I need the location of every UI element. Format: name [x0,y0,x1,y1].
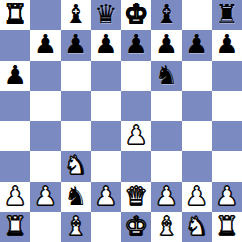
square-h4[interactable] [212,121,242,151]
black-pawn[interactable]: ♟ [124,31,147,57]
square-e7[interactable]: ♟ [121,30,151,60]
white-pawn[interactable]: ♟ [185,183,208,209]
square-b4[interactable] [30,121,60,151]
square-c6[interactable] [61,61,91,91]
square-h6[interactable] [212,61,242,91]
square-g6[interactable] [182,61,212,91]
white-queen[interactable]: ♛ [124,183,147,209]
white-rook[interactable]: ♜ [3,213,26,239]
white-bishop[interactable]: ♝ [64,213,87,239]
square-f1[interactable]: ♝ [151,212,181,242]
square-f2[interactable]: ♟ [151,182,181,212]
square-g2[interactable]: ♟ [182,182,212,212]
white-knight[interactable]: ♞ [185,213,208,239]
black-queen[interactable]: ♛ [94,1,117,27]
square-f3[interactable] [151,151,181,181]
square-f7[interactable]: ♟ [151,30,181,60]
square-a8[interactable]: ♜ [0,0,30,30]
white-king[interactable]: ♚ [124,213,147,239]
square-c7[interactable]: ♟ [61,30,91,60]
square-f8[interactable]: ♝ [151,0,181,30]
square-b5[interactable] [30,91,60,121]
square-g5[interactable] [182,91,212,121]
square-c3[interactable]: ♞ [61,151,91,181]
square-e6[interactable] [121,61,151,91]
square-g1[interactable]: ♞ [182,212,212,242]
square-d7[interactable]: ♟ [91,30,121,60]
square-b7[interactable]: ♟ [30,30,60,60]
square-b8[interactable] [30,0,60,30]
white-pawn[interactable]: ♟ [215,183,238,209]
square-f6[interactable]: ♞ [151,61,181,91]
square-e4[interactable]: ♟ [121,121,151,151]
black-pawn[interactable]: ♟ [64,31,87,57]
black-bishop[interactable]: ♝ [64,1,87,27]
white-knight[interactable]: ♞ [64,152,87,178]
black-knight[interactable]: ♞ [64,183,87,209]
square-e8[interactable]: ♚ [121,0,151,30]
square-f4[interactable] [151,121,181,151]
black-pawn[interactable]: ♟ [215,31,238,57]
square-b6[interactable] [30,61,60,91]
white-pawn[interactable]: ♟ [34,183,57,209]
square-a1[interactable]: ♜ [0,212,30,242]
square-a7[interactable] [0,30,30,60]
black-knight[interactable]: ♞ [155,62,178,88]
square-b1[interactable] [30,212,60,242]
black-rook[interactable]: ♜ [3,1,26,27]
square-a5[interactable] [0,91,30,121]
square-g7[interactable]: ♟ [182,30,212,60]
square-g8[interactable] [182,0,212,30]
square-h2[interactable]: ♟ [212,182,242,212]
square-h5[interactable] [212,91,242,121]
black-pawn[interactable]: ♟ [155,31,178,57]
square-d5[interactable] [91,91,121,121]
square-g4[interactable] [182,121,212,151]
black-bishop[interactable]: ♝ [155,1,178,27]
square-h1[interactable]: ♜ [212,212,242,242]
white-pawn[interactable]: ♟ [3,183,26,209]
white-pawn[interactable]: ♟ [94,183,117,209]
square-f5[interactable] [151,91,181,121]
square-d3[interactable] [91,151,121,181]
white-pawn[interactable]: ♟ [155,183,178,209]
square-c5[interactable] [61,91,91,121]
square-a3[interactable] [0,151,30,181]
square-h3[interactable] [212,151,242,181]
black-pawn[interactable]: ♟ [3,62,26,88]
square-d8[interactable]: ♛ [91,0,121,30]
square-e1[interactable]: ♚ [121,212,151,242]
square-c1[interactable]: ♝ [61,212,91,242]
square-a4[interactable] [0,121,30,151]
white-bishop[interactable]: ♝ [155,213,178,239]
square-e3[interactable] [121,151,151,181]
chess-board: ♜♝♛♚♝♜♟♟♟♟♟♟♟♟♞♟♞♟♟♞♟♛♟♟♟♜♝♚♝♞♜ [0,0,242,242]
square-b2[interactable]: ♟ [30,182,60,212]
square-b3[interactable] [30,151,60,181]
black-rook[interactable]: ♜ [215,1,238,27]
white-pawn[interactable]: ♟ [124,122,147,148]
square-g3[interactable] [182,151,212,181]
square-h8[interactable]: ♜ [212,0,242,30]
white-rook[interactable]: ♜ [215,213,238,239]
square-a2[interactable]: ♟ [0,182,30,212]
square-c8[interactable]: ♝ [61,0,91,30]
square-a6[interactable]: ♟ [0,61,30,91]
black-pawn[interactable]: ♟ [34,31,57,57]
square-d2[interactable]: ♟ [91,182,121,212]
square-d4[interactable] [91,121,121,151]
square-e2[interactable]: ♛ [121,182,151,212]
square-c2[interactable]: ♞ [61,182,91,212]
black-king[interactable]: ♚ [124,1,147,27]
black-pawn[interactable]: ♟ [94,31,117,57]
black-pawn[interactable]: ♟ [185,31,208,57]
square-d6[interactable] [91,61,121,91]
square-e5[interactable] [121,91,151,121]
square-d1[interactable] [91,212,121,242]
square-c4[interactable] [61,121,91,151]
square-h7[interactable]: ♟ [212,30,242,60]
